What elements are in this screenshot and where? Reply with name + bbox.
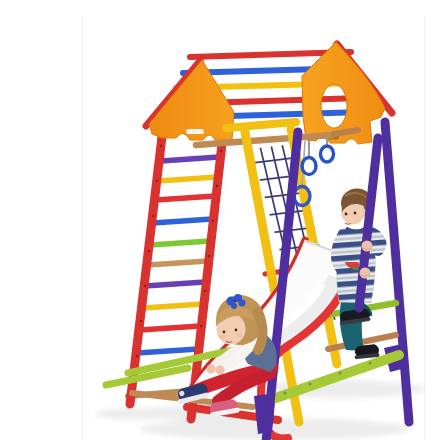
rear-post-right [385,122,409,422]
product-photo [40,16,440,440]
play-gym-illustration [40,16,440,440]
gable-panel-right [302,42,385,144]
